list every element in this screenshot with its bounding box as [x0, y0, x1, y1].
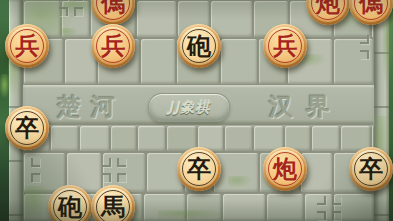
piece-black-soldier[interactable]: 卒 [5, 106, 49, 150]
piece-character: 兵 [91, 24, 135, 68]
piece-black-cannon[interactable]: 砲 [48, 185, 92, 221]
piece-character: 卒 [5, 106, 49, 150]
pieces-layer: 傌炮傌兵兵砲兵卒卒炮卒砲馬 [0, 0, 393, 221]
piece-black-cannon[interactable]: 砲 [177, 24, 221, 68]
piece-character: 傌 [91, 0, 135, 25]
piece-character: 卒 [349, 147, 393, 191]
piece-character: 傌 [349, 0, 393, 25]
piece-red-soldier[interactable]: 兵 [263, 24, 307, 68]
piece-character: 馬 [91, 185, 135, 221]
piece-black-horse[interactable]: 馬 [91, 185, 135, 221]
piece-red-soldier[interactable]: 兵 [91, 24, 135, 68]
piece-red-horse[interactable]: 傌 [349, 0, 393, 25]
piece-red-cannon[interactable]: 炮 [263, 147, 307, 191]
piece-character: 兵 [5, 24, 49, 68]
piece-character: 砲 [48, 185, 92, 221]
piece-black-soldier[interactable]: 卒 [349, 147, 393, 191]
piece-red-soldier[interactable]: 兵 [5, 24, 49, 68]
piece-black-soldier[interactable]: 卒 [177, 147, 221, 191]
piece-character: 卒 [177, 147, 221, 191]
piece-character: 兵 [263, 24, 307, 68]
piece-character: 炮 [263, 147, 307, 191]
piece-red-horse[interactable]: 傌 [91, 0, 135, 25]
piece-red-cannon[interactable]: 炮 [306, 0, 350, 25]
piece-character: 砲 [177, 24, 221, 68]
xiangqi-board: 楚河 JJ象棋 汉界 傌炮傌兵兵砲兵卒卒炮卒砲馬 [0, 0, 393, 221]
piece-character: 炮 [306, 0, 350, 25]
